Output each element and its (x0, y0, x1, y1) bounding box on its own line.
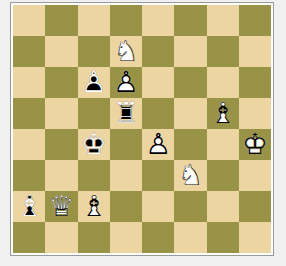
white-bishop-g5[interactable]: ♝♗ (207, 98, 239, 129)
square-e2[interactable] (142, 191, 174, 222)
square-c7[interactable] (78, 36, 110, 67)
square-d1[interactable] (110, 222, 142, 253)
chess-board: ♞♘♟♙♟♙♜♖♝♗♚♔♟♙♚♔♞♘♝♗♛♕♝♗ (13, 5, 271, 253)
square-h6[interactable] (239, 67, 271, 98)
square-h3[interactable] (239, 160, 271, 191)
square-f1[interactable] (174, 222, 206, 253)
square-b1[interactable] (45, 222, 77, 253)
square-d2[interactable] (110, 191, 142, 222)
piece-outline-glyph: ♘ (174, 160, 206, 191)
square-a3[interactable] (13, 160, 45, 191)
piece-outline-glyph: ♙ (110, 67, 142, 98)
square-g2[interactable] (207, 191, 239, 222)
square-f6[interactable] (174, 67, 206, 98)
piece-outline-glyph: ♗ (78, 191, 110, 222)
square-d7[interactable]: ♞♘ (110, 36, 142, 67)
square-b8[interactable] (45, 5, 77, 36)
square-f5[interactable] (174, 98, 206, 129)
square-f3[interactable]: ♞♘ (174, 160, 206, 191)
piece-outline-glyph: ♖ (110, 98, 142, 129)
square-g7[interactable] (207, 36, 239, 67)
white-queen-b2[interactable]: ♛♕ (45, 191, 77, 222)
square-h2[interactable] (239, 191, 271, 222)
square-h1[interactable] (239, 222, 271, 253)
square-h7[interactable] (239, 36, 271, 67)
black-pawn-c6[interactable]: ♟♙ (78, 67, 110, 98)
square-e6[interactable] (142, 67, 174, 98)
square-a7[interactable] (13, 36, 45, 67)
square-f2[interactable] (174, 191, 206, 222)
square-f7[interactable] (174, 36, 206, 67)
square-g6[interactable] (207, 67, 239, 98)
square-h5[interactable] (239, 98, 271, 129)
white-pawn-d6[interactable]: ♟♙ (110, 67, 142, 98)
white-king-h4[interactable]: ♚♔ (239, 129, 271, 160)
square-e8[interactable] (142, 5, 174, 36)
square-c6[interactable]: ♟♙ (78, 67, 110, 98)
black-king-c4[interactable]: ♚♔ (78, 129, 110, 160)
square-a2[interactable]: ♝♗ (13, 191, 45, 222)
piece-outline-glyph: ♕ (45, 191, 77, 222)
square-g3[interactable] (207, 160, 239, 191)
white-knight-f3[interactable]: ♞♘ (174, 160, 206, 191)
square-g1[interactable] (207, 222, 239, 253)
square-b6[interactable] (45, 67, 77, 98)
square-h4[interactable]: ♚♔ (239, 129, 271, 160)
square-a5[interactable] (13, 98, 45, 129)
square-b4[interactable] (45, 129, 77, 160)
square-e7[interactable] (142, 36, 174, 67)
white-knight-d7[interactable]: ♞♘ (110, 36, 142, 67)
square-a8[interactable] (13, 5, 45, 36)
square-e5[interactable] (142, 98, 174, 129)
square-b2[interactable]: ♛♕ (45, 191, 77, 222)
square-c8[interactable] (78, 5, 110, 36)
square-c3[interactable] (78, 160, 110, 191)
piece-outline-glyph: ♔ (239, 129, 271, 160)
square-a6[interactable] (13, 67, 45, 98)
square-e3[interactable] (142, 160, 174, 191)
square-a4[interactable] (13, 129, 45, 160)
square-g4[interactable] (207, 129, 239, 160)
black-rook-d5[interactable]: ♜♖ (110, 98, 142, 129)
piece-outline-glyph: ♘ (110, 36, 142, 67)
piece-outline-glyph: ♗ (13, 191, 45, 222)
piece-outline-glyph: ♙ (78, 67, 110, 98)
piece-outline-glyph: ♗ (207, 98, 239, 129)
square-d4[interactable] (110, 129, 142, 160)
square-g8[interactable] (207, 5, 239, 36)
square-c1[interactable] (78, 222, 110, 253)
chess-app-window: ♞♘♟♙♟♙♜♖♝♗♚♔♟♙♚♔♞♘♝♗♛♕♝♗ (0, 0, 286, 266)
square-b5[interactable] (45, 98, 77, 129)
square-g5[interactable]: ♝♗ (207, 98, 239, 129)
white-bishop-c2[interactable]: ♝♗ (78, 191, 110, 222)
square-f8[interactable] (174, 5, 206, 36)
square-b7[interactable] (45, 36, 77, 67)
square-h8[interactable] (239, 5, 271, 36)
piece-outline-glyph: ♙ (142, 129, 174, 160)
square-e1[interactable] (142, 222, 174, 253)
square-c2[interactable]: ♝♗ (78, 191, 110, 222)
square-d8[interactable] (110, 5, 142, 36)
piece-outline-glyph: ♔ (78, 129, 110, 160)
square-c5[interactable] (78, 98, 110, 129)
square-d6[interactable]: ♟♙ (110, 67, 142, 98)
square-d3[interactable] (110, 160, 142, 191)
square-d5[interactable]: ♜♖ (110, 98, 142, 129)
square-f4[interactable] (174, 129, 206, 160)
square-a1[interactable] (13, 222, 45, 253)
board-frame: ♞♘♟♙♟♙♜♖♝♗♚♔♟♙♚♔♞♘♝♗♛♕♝♗ (10, 2, 274, 256)
white-pawn-e4[interactable]: ♟♙ (142, 129, 174, 160)
black-bishop-a2[interactable]: ♝♗ (13, 191, 45, 222)
square-c4[interactable]: ♚♔ (78, 129, 110, 160)
square-e4[interactable]: ♟♙ (142, 129, 174, 160)
square-b3[interactable] (45, 160, 77, 191)
